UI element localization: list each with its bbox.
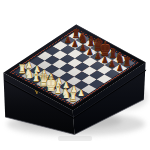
piece-black-pawn[interactable]: ♟ — [65, 36, 71, 44]
piece-black-pawn[interactable]: ♟ — [102, 56, 108, 64]
piece-black-pawn[interactable]: ♟ — [109, 60, 115, 68]
piece-black-pawn[interactable]: ♟ — [80, 44, 86, 52]
chess-set-product-photo: ♜♞♝♛♚♝♞♜♟♟♟♟♟♟♟♟♟♟♟♟♟♟♟♟♜♞♝♛♚♝♞♜ — [0, 0, 150, 150]
piece-black-pawn[interactable]: ♟ — [87, 48, 93, 56]
piece-black-pawn[interactable]: ♟ — [116, 64, 122, 72]
watermark — [58, 136, 92, 141]
piece-black-rook[interactable]: ♜ — [123, 57, 131, 69]
piece-black-pawn[interactable]: ♟ — [72, 40, 78, 48]
piece-white-rook[interactable]: ♜ — [69, 92, 77, 104]
piece-white-pawn[interactable]: ♟ — [78, 90, 84, 98]
piece-black-pawn[interactable]: ♟ — [94, 52, 100, 60]
